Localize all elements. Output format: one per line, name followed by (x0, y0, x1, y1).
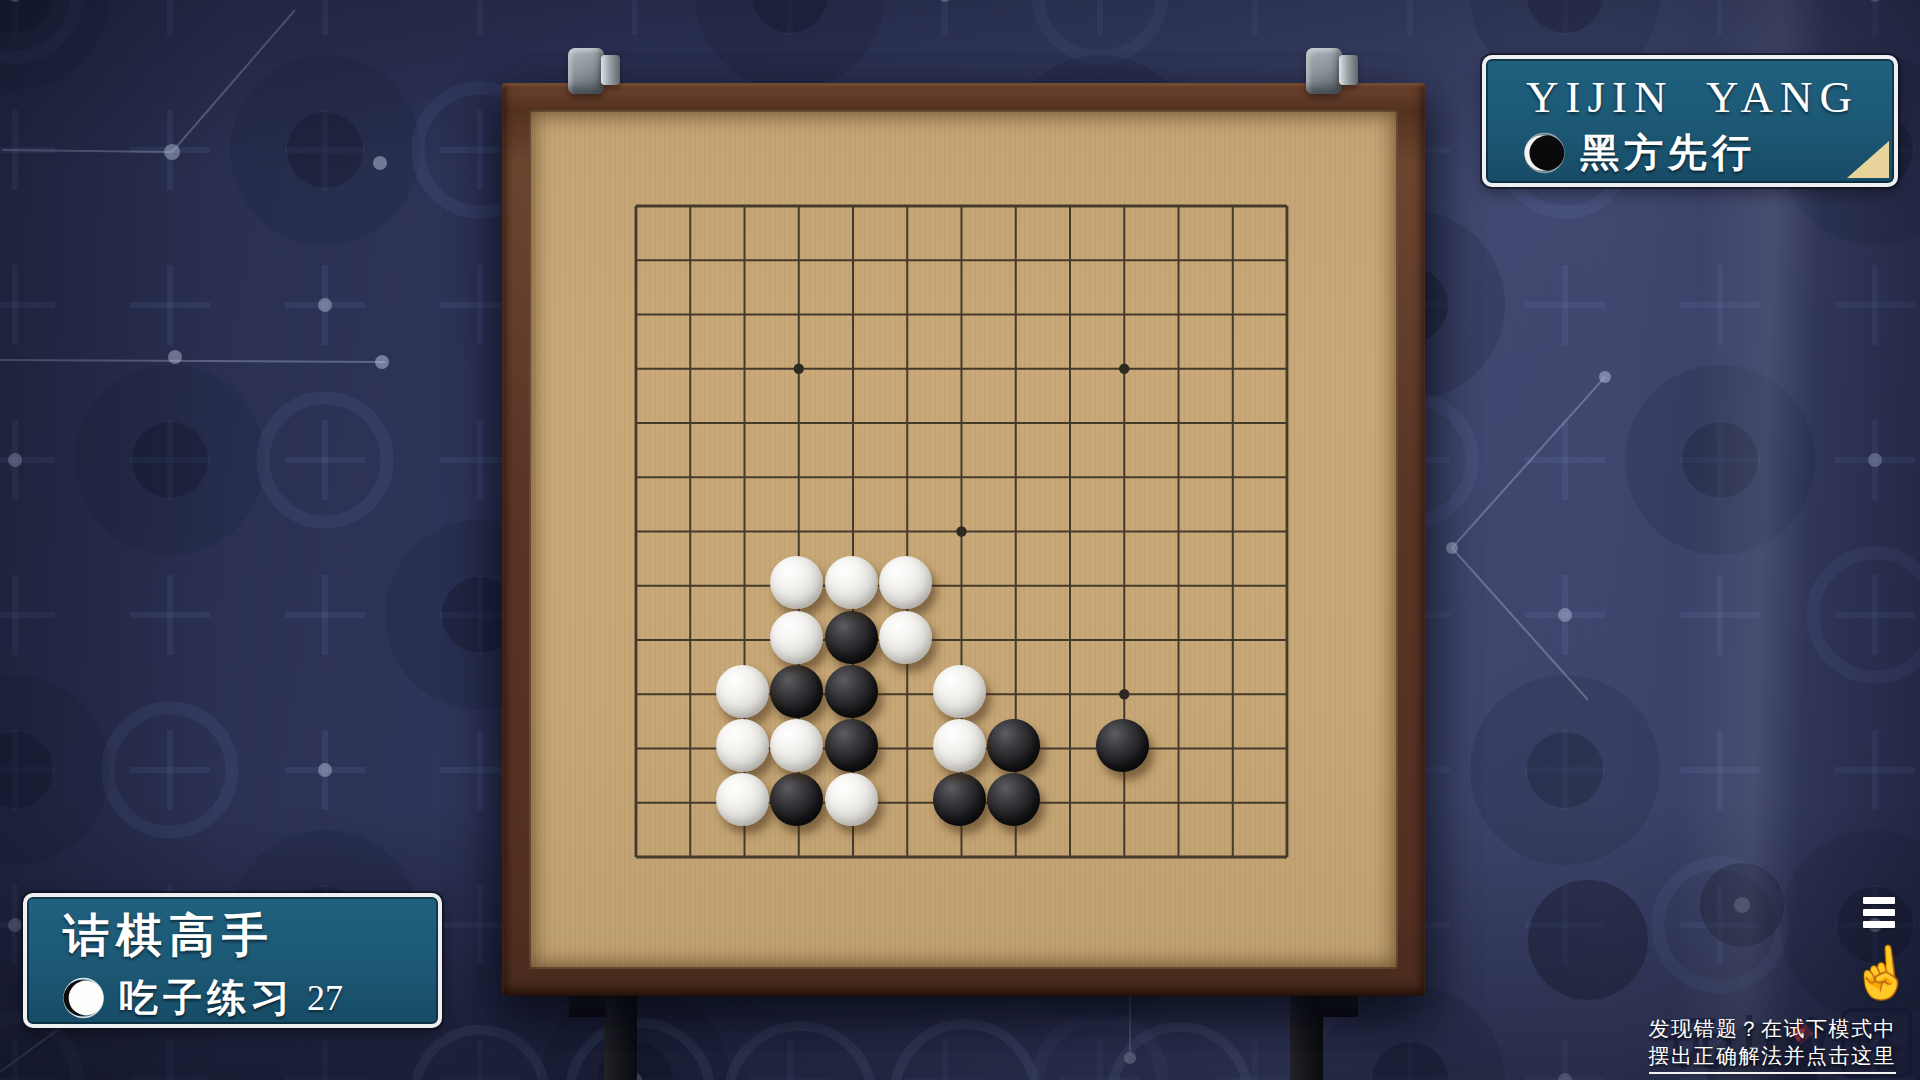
stone-black-E5 (825, 611, 878, 664)
white-stone-icon (63, 977, 105, 1019)
go-board[interactable] (529, 110, 1398, 969)
stone-white-F5 (879, 611, 932, 664)
stone-white-F6 (879, 556, 932, 609)
board-frame (502, 83, 1425, 996)
stone-white-G3 (933, 719, 986, 772)
player-name: YIJIN YANG (1526, 71, 1894, 123)
hamburger-icon (1863, 897, 1895, 904)
stand-bracket-right (1321, 995, 1358, 1017)
stone-white-E2 (825, 773, 878, 826)
turn-indicator-label: 黑方先行 (1580, 126, 1756, 180)
stone-black-G2 (933, 773, 986, 826)
problem-number: 27 (307, 977, 343, 1019)
stone-black-D4 (770, 665, 823, 718)
stone-black-E3 (825, 719, 878, 772)
hint-line2[interactable]: 摆出正确解法并点击这里 (1649, 1043, 1897, 1074)
stone-white-D5 (770, 611, 823, 664)
stone-white-G4 (933, 665, 986, 718)
stone-black-K3 (1096, 719, 1149, 772)
stand-bracket-left (569, 995, 606, 1017)
player-banner: YIJIN YANG 黑方先行 (1482, 55, 1898, 187)
stand-leg-left (604, 988, 637, 1080)
stone-black-E4 (825, 665, 878, 718)
stone-white-C3 (716, 719, 769, 772)
hint-text[interactable]: 发现错题？在试下模式中 摆出正确解法并点击这里 (1649, 1016, 1897, 1074)
banner-corner-fold[interactable] (1847, 141, 1889, 178)
stone-black-H3 (987, 719, 1040, 772)
menu-button[interactable] (1863, 897, 1895, 928)
black-stone-icon (1524, 132, 1566, 174)
app-root: YIJIN YANG 黑方先行 诘棋高手 吃子练习 27 ☝ (0, 0, 1920, 1080)
problem-banner: 诘棋高手 吃子练习 27 (23, 893, 442, 1028)
problem-collection-title: 诘棋高手 (63, 905, 438, 967)
hint-line1: 发现错题？在试下模式中 (1649, 1016, 1897, 1043)
stand-leg-right (1290, 988, 1323, 1080)
stone-white-C4 (716, 665, 769, 718)
stone-white-C2 (716, 773, 769, 826)
hand-pointer-icon: ☝ (1847, 941, 1915, 1005)
problem-type-label: 吃子练习 (119, 971, 295, 1025)
stone-white-E6 (825, 556, 878, 609)
stone-white-D3 (770, 719, 823, 772)
